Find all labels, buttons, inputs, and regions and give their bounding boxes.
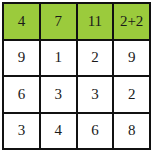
grid-cell-r2c1: 3 [41, 77, 76, 112]
grid-cell-r3c3: 8 [114, 114, 149, 149]
grid-cell-r1c1: 1 [41, 41, 76, 76]
grid-cell-r3c1: 4 [41, 114, 76, 149]
grid-cell-r1c2: 2 [78, 41, 113, 76]
grid-cell-r2c2: 3 [78, 77, 113, 112]
grid-cell-r2c0: 6 [4, 77, 39, 112]
grid-cell-r1c0: 9 [4, 41, 39, 76]
header-cell-r0c3: 2+2 [114, 4, 149, 39]
header-cell-r0c2: 11 [78, 4, 113, 39]
grid-cell-r2c3: 2 [114, 77, 149, 112]
grid-cell-r3c2: 6 [78, 114, 113, 149]
grid-cell-r1c3: 9 [114, 41, 149, 76]
grid-cell-r3c0: 3 [4, 114, 39, 149]
puzzle-grid: 4 7 11 2+2 9 1 2 9 6 3 3 2 3 4 6 8 [2, 2, 151, 150]
header-cell-r0c1: 7 [41, 4, 76, 39]
header-cell-r0c0: 4 [4, 4, 39, 39]
